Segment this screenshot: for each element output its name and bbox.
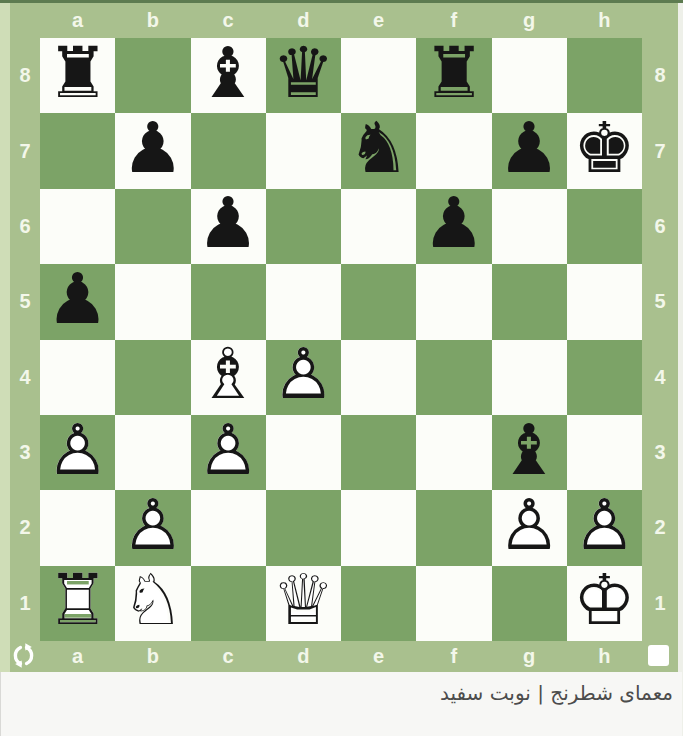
chess-puzzle-screenshot: abcdefgh 87654321 87654321 abcdefgh ♜♝♛♜… xyxy=(0,0,683,736)
file-label-e: e xyxy=(341,641,416,672)
file-label-a: a xyxy=(40,641,115,672)
square-e8[interactable] xyxy=(341,38,416,113)
square-h2[interactable]: ♟♙ xyxy=(567,490,642,565)
square-h3[interactable] xyxy=(567,415,642,490)
square-f8[interactable]: ♜ xyxy=(416,38,491,113)
square-e4[interactable] xyxy=(341,340,416,415)
square-e1[interactable] xyxy=(341,566,416,641)
square-h6[interactable] xyxy=(567,189,642,264)
rank-label-6: 6 xyxy=(642,189,678,264)
square-e2[interactable] xyxy=(341,490,416,565)
square-e7[interactable]: ♞ xyxy=(341,113,416,188)
square-b4[interactable] xyxy=(115,340,190,415)
black-rook: ♜ xyxy=(416,38,491,113)
black-bishop: ♝ xyxy=(492,415,567,490)
square-a4[interactable] xyxy=(40,340,115,415)
white-bishop: ♝♗ xyxy=(191,340,266,415)
square-c5[interactable] xyxy=(191,264,266,339)
rank-labels-left: 87654321 xyxy=(10,38,40,641)
square-h8[interactable] xyxy=(567,38,642,113)
square-f4[interactable] xyxy=(416,340,491,415)
file-label-b: b xyxy=(115,3,190,38)
file-label-b: b xyxy=(115,641,190,672)
rank-label-8: 8 xyxy=(10,38,40,113)
square-c7[interactable] xyxy=(191,113,266,188)
caption-bar: معمای شطرنج | نوبت سفید xyxy=(0,672,682,736)
black-bishop: ♝ xyxy=(191,38,266,113)
square-d4[interactable]: ♟♙ xyxy=(266,340,341,415)
square-a6[interactable] xyxy=(40,189,115,264)
rank-label-2: 2 xyxy=(642,490,678,565)
square-a1[interactable]: ♜♖ xyxy=(40,566,115,641)
file-labels-top: abcdefgh xyxy=(40,3,642,38)
left-edge-strip xyxy=(0,3,10,672)
square-h5[interactable] xyxy=(567,264,642,339)
square-f3[interactable] xyxy=(416,415,491,490)
file-label-f: f xyxy=(416,641,491,672)
file-label-h: h xyxy=(567,641,642,672)
square-g5[interactable] xyxy=(492,264,567,339)
square-a3[interactable]: ♟♙ xyxy=(40,415,115,490)
square-g3[interactable]: ♝ xyxy=(492,415,567,490)
white-to-move-indicator xyxy=(648,645,669,666)
square-f6[interactable]: ♟ xyxy=(416,189,491,264)
circular-arrows-icon xyxy=(10,642,37,669)
square-c8[interactable]: ♝ xyxy=(191,38,266,113)
square-c6[interactable]: ♟ xyxy=(191,189,266,264)
square-d5[interactable] xyxy=(266,264,341,339)
rank-labels-right: 87654321 xyxy=(642,38,678,641)
black-king: ♚ xyxy=(567,113,642,188)
square-b3[interactable] xyxy=(115,415,190,490)
square-e5[interactable] xyxy=(341,264,416,339)
file-labels-bottom: abcdefgh xyxy=(40,641,642,672)
black-pawn: ♟ xyxy=(40,264,115,339)
square-f1[interactable] xyxy=(416,566,491,641)
square-f7[interactable] xyxy=(416,113,491,188)
chess-board: ♜♝♛♜♟♞♟♚♟♟♟♝♗♟♙♟♙♟♙♝♟♙♟♙♟♙♜♖♞♘♛♕♚♔ xyxy=(40,38,642,641)
square-d7[interactable] xyxy=(266,113,341,188)
square-d6[interactable] xyxy=(266,189,341,264)
square-d1[interactable]: ♛♕ xyxy=(266,566,341,641)
square-d3[interactable] xyxy=(266,415,341,490)
white-rook: ♜♖ xyxy=(40,566,115,641)
file-label-d: d xyxy=(266,641,341,672)
reset-board-button[interactable] xyxy=(10,642,37,669)
black-pawn: ♟ xyxy=(416,189,491,264)
file-label-h: h xyxy=(567,3,642,38)
square-b2[interactable]: ♟♙ xyxy=(115,490,190,565)
square-g2[interactable]: ♟♙ xyxy=(492,490,567,565)
square-c2[interactable] xyxy=(191,490,266,565)
rank-label-7: 7 xyxy=(10,113,40,188)
white-pawn: ♟♙ xyxy=(191,415,266,490)
square-a7[interactable] xyxy=(40,113,115,188)
file-label-e: e xyxy=(341,3,416,38)
square-c3[interactable]: ♟♙ xyxy=(191,415,266,490)
square-b1[interactable]: ♞♘ xyxy=(115,566,190,641)
black-pawn: ♟ xyxy=(115,113,190,188)
chess-board-frame: abcdefgh 87654321 87654321 abcdefgh ♜♝♛♜… xyxy=(0,0,678,672)
square-f2[interactable] xyxy=(416,490,491,565)
white-pawn: ♟♙ xyxy=(567,490,642,565)
square-c4[interactable]: ♝♗ xyxy=(191,340,266,415)
rank-label-5: 5 xyxy=(642,264,678,339)
black-pawn: ♟ xyxy=(492,113,567,188)
square-d2[interactable] xyxy=(266,490,341,565)
square-a8[interactable]: ♜ xyxy=(40,38,115,113)
black-knight: ♞ xyxy=(341,113,416,188)
rank-label-1: 1 xyxy=(642,566,678,641)
square-g8[interactable] xyxy=(492,38,567,113)
square-d8[interactable]: ♛ xyxy=(266,38,341,113)
square-g6[interactable] xyxy=(492,189,567,264)
rank-label-1: 1 xyxy=(10,566,40,641)
rank-label-3: 3 xyxy=(642,415,678,490)
black-rook: ♜ xyxy=(40,38,115,113)
rank-label-6: 6 xyxy=(10,189,40,264)
white-king: ♚♔ xyxy=(567,566,642,641)
square-h7[interactable]: ♚ xyxy=(567,113,642,188)
square-f5[interactable] xyxy=(416,264,491,339)
file-label-c: c xyxy=(191,641,266,672)
square-g4[interactable] xyxy=(492,340,567,415)
square-b6[interactable] xyxy=(115,189,190,264)
white-pawn: ♟♙ xyxy=(492,490,567,565)
square-e6[interactable] xyxy=(341,189,416,264)
rank-label-3: 3 xyxy=(10,415,40,490)
white-pawn: ♟♙ xyxy=(266,340,341,415)
rank-label-7: 7 xyxy=(642,113,678,188)
square-c1[interactable] xyxy=(191,566,266,641)
rank-label-5: 5 xyxy=(10,264,40,339)
square-h4[interactable] xyxy=(567,340,642,415)
square-g1[interactable] xyxy=(492,566,567,641)
square-a5[interactable]: ♟ xyxy=(40,264,115,339)
white-queen: ♛♕ xyxy=(266,566,341,641)
square-g7[interactable]: ♟ xyxy=(492,113,567,188)
square-b8[interactable] xyxy=(115,38,190,113)
white-knight: ♞♘ xyxy=(115,566,190,641)
square-b5[interactable] xyxy=(115,264,190,339)
rank-label-4: 4 xyxy=(10,340,40,415)
white-pawn: ♟♙ xyxy=(40,415,115,490)
caption-text: معمای شطرنج | نوبت سفید xyxy=(1,672,682,705)
file-label-g: g xyxy=(492,641,567,672)
black-queen: ♛ xyxy=(266,38,341,113)
rank-label-2: 2 xyxy=(10,490,40,565)
square-e3[interactable] xyxy=(341,415,416,490)
square-a2[interactable] xyxy=(40,490,115,565)
square-h1[interactable]: ♚♔ xyxy=(567,566,642,641)
square-b7[interactable]: ♟ xyxy=(115,113,190,188)
black-pawn: ♟ xyxy=(191,189,266,264)
rank-label-8: 8 xyxy=(642,38,678,113)
rank-label-4: 4 xyxy=(642,340,678,415)
file-label-g: g xyxy=(492,3,567,38)
white-pawn: ♟♙ xyxy=(115,490,190,565)
